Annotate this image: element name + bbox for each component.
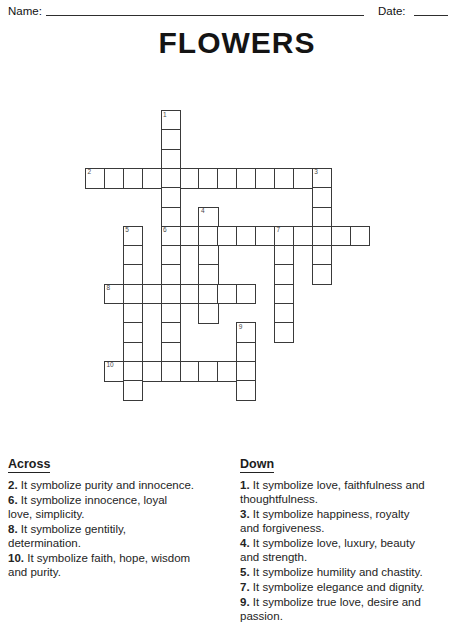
grid-cell-r8c12[interactable] — [312, 264, 332, 285]
grid-cell-r13c1[interactable]: 10 — [104, 361, 124, 382]
clue-down-9: 9. It symbolize true love, desire and pa… — [240, 595, 473, 623]
grid-cell-r10c10[interactable] — [274, 303, 294, 324]
page-title: FLOWERS — [0, 26, 474, 60]
grid-cell-r9c1[interactable]: 8 — [104, 284, 124, 305]
clue-down-4: 4. It symbolize love, luxury, beauty and… — [240, 536, 473, 564]
grid-cell-r6c6[interactable] — [198, 226, 218, 247]
grid-cell-r13c4[interactable] — [161, 361, 181, 382]
grid-cell-r13c6[interactable] — [198, 361, 218, 382]
grid-cell-r6c7[interactable] — [217, 226, 237, 247]
crossword-worksheet: Name: Date: FLOWERS 12345678910 Across 2… — [0, 0, 474, 629]
grid-cell-r13c3[interactable] — [142, 361, 162, 382]
grid-cell-r7c6[interactable] — [198, 245, 218, 266]
grid-cell-r13c2[interactable] — [123, 361, 143, 382]
grid-cell-r8c2[interactable] — [123, 264, 143, 285]
grid-cell-r5c12[interactable] — [312, 207, 332, 228]
clue-down-1: 1. It symbolize love, faithfulness and t… — [240, 478, 473, 506]
clues-down-list: 1. It symbolize love, faithfulness and t… — [240, 478, 473, 623]
grid-cell-r9c2[interactable] — [123, 284, 143, 305]
date-input-line[interactable] — [414, 15, 448, 16]
grid-cell-r3c8[interactable] — [236, 168, 256, 189]
grid-cell-r7c4[interactable] — [161, 245, 181, 266]
grid-cell-r9c6[interactable] — [198, 284, 218, 305]
cell-number-1: 1 — [163, 112, 167, 119]
grid-cell-r12c2[interactable] — [123, 342, 143, 363]
across-heading: Across — [8, 458, 50, 473]
down-heading: Down — [240, 458, 274, 473]
grid-cell-r6c8[interactable] — [236, 226, 256, 247]
grid-cell-r3c7[interactable] — [217, 168, 237, 189]
grid-cell-r6c11[interactable] — [293, 226, 313, 247]
grid-cell-r10c4[interactable] — [161, 303, 181, 324]
grid-cell-r13c7[interactable] — [217, 361, 237, 382]
crossword-grid: 12345678910 — [85, 110, 369, 400]
grid-cell-r8c10[interactable] — [274, 264, 294, 285]
grid-cell-r3c5[interactable] — [180, 168, 200, 189]
grid-cell-r13c5[interactable] — [180, 361, 200, 382]
cell-number-8: 8 — [106, 285, 110, 292]
name-input-line[interactable] — [46, 15, 364, 16]
grid-cell-r9c4[interactable] — [161, 284, 181, 305]
grid-cell-r5c4[interactable] — [161, 207, 181, 228]
cell-number-10: 10 — [106, 362, 113, 369]
across-clues-column: Across 2. It symbolize purity and innoce… — [8, 454, 241, 580]
clue-across-10: 10. It symbolize faith, hope, wisdom and… — [8, 551, 241, 579]
grid-cell-r3c11[interactable] — [293, 168, 313, 189]
grid-cell-r14c2[interactable] — [123, 380, 143, 401]
grid-cell-r9c8[interactable] — [236, 284, 256, 305]
grid-cell-r9c7[interactable] — [217, 284, 237, 305]
grid-cell-r3c10[interactable] — [274, 168, 294, 189]
grid-cell-r6c14[interactable] — [350, 226, 370, 247]
cell-number-3: 3 — [314, 169, 318, 176]
grid-cell-r6c4[interactable]: 6 — [161, 226, 181, 247]
clue-across-8: 8. It symbolize gentitily, determination… — [8, 522, 241, 550]
grid-cell-r9c5[interactable] — [180, 284, 200, 305]
grid-cell-r4c4[interactable] — [161, 187, 181, 208]
grid-cell-r11c4[interactable] — [161, 322, 181, 343]
cell-number-7: 7 — [277, 227, 281, 234]
grid-cell-r6c5[interactable] — [180, 226, 200, 247]
grid-cell-r0c4[interactable]: 1 — [161, 110, 181, 131]
clue-across-2: 2. It symbolize purity and innocence. — [8, 478, 241, 492]
grid-cell-r12c4[interactable] — [161, 342, 181, 363]
cell-number-6: 6 — [163, 227, 167, 234]
grid-cell-r11c2[interactable] — [123, 322, 143, 343]
cell-number-5: 5 — [125, 227, 129, 234]
grid-cell-r9c10[interactable] — [274, 284, 294, 305]
clues-across-list: 2. It symbolize purity and innocence.6. … — [8, 478, 241, 579]
cell-number-4: 4 — [201, 208, 205, 215]
clue-down-7: 7. It symbolize elegance and dignity. — [240, 580, 473, 594]
grid-cell-r3c12[interactable]: 3 — [312, 168, 332, 189]
cell-number-2: 2 — [88, 169, 92, 176]
date-label: Date: — [378, 5, 406, 17]
grid-cell-r3c9[interactable] — [255, 168, 275, 189]
grid-cell-r5c6[interactable]: 4 — [198, 207, 218, 228]
clue-down-5: 5. It symbolize humility and chastity. — [240, 565, 473, 579]
grid-cell-r3c2[interactable] — [123, 168, 143, 189]
grid-cell-r6c10[interactable]: 7 — [274, 226, 294, 247]
grid-cell-r8c6[interactable] — [198, 264, 218, 285]
grid-cell-r6c13[interactable] — [331, 226, 351, 247]
grid-cell-r6c12[interactable] — [312, 226, 332, 247]
grid-cell-r6c2[interactable]: 5 — [123, 226, 143, 247]
clue-down-3: 3. It symbolize happiness, royalty and f… — [240, 507, 473, 535]
cell-number-9: 9 — [239, 324, 243, 331]
grid-cell-r11c10[interactable] — [274, 322, 294, 343]
grid-cell-r2c4[interactable] — [161, 149, 181, 170]
grid-cell-r4c12[interactable] — [312, 187, 332, 208]
grid-cell-r13c8[interactable] — [236, 361, 256, 382]
grid-cell-r3c4[interactable] — [161, 168, 181, 189]
grid-cell-r3c3[interactable] — [142, 168, 162, 189]
grid-cell-r7c12[interactable] — [312, 245, 332, 266]
grid-cell-r7c10[interactable] — [274, 245, 294, 266]
grid-cell-r8c4[interactable] — [161, 264, 181, 285]
grid-cell-r3c1[interactable] — [104, 168, 124, 189]
grid-cell-r10c2[interactable] — [123, 303, 143, 324]
grid-cell-r11c8[interactable]: 9 — [236, 322, 256, 343]
clue-across-6: 6. It symbolize innocence, loyal love, s… — [8, 493, 241, 521]
grid-cell-r6c9[interactable] — [255, 226, 275, 247]
grid-cell-r12c8[interactable] — [236, 342, 256, 363]
grid-cell-r7c2[interactable] — [123, 245, 143, 266]
grid-cell-r9c3[interactable] — [142, 284, 162, 305]
grid-cell-r14c8[interactable] — [236, 380, 256, 401]
grid-cell-r3c0[interactable]: 2 — [85, 168, 105, 189]
grid-cell-r10c6[interactable] — [198, 303, 218, 324]
down-clues-column: Down 1. It symbolize love, faithfulness … — [240, 454, 473, 624]
grid-cell-r1c4[interactable] — [161, 129, 181, 150]
name-label: Name: — [8, 5, 42, 17]
grid-cell-r3c6[interactable] — [198, 168, 218, 189]
